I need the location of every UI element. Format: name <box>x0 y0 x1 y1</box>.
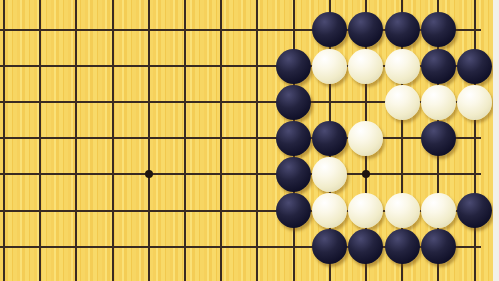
intersection-c5-r3[interactable] <box>131 84 167 120</box>
star-point <box>145 170 153 178</box>
intersection-c8-r6[interactable] <box>239 192 275 228</box>
intersection-c10-r5[interactable]: ○ <box>312 156 348 192</box>
board-grid: ●●●●●○○○●●●○○○●●○●●○●○○○○●●●●● <box>0 12 493 265</box>
black-stone: ● <box>276 85 311 120</box>
intersection-c7-r4[interactable] <box>203 120 239 156</box>
intersection-c13-r4[interactable]: ● <box>420 120 456 156</box>
black-stone: ● <box>385 229 420 264</box>
intersection-c13-r2[interactable]: ● <box>420 48 456 84</box>
intersection-c12-r1[interactable]: ● <box>384 12 420 48</box>
intersection-c11-r1[interactable]: ● <box>348 12 384 48</box>
intersection-c12-r7[interactable]: ● <box>384 229 420 265</box>
intersection-c3-r7[interactable] <box>58 229 94 265</box>
black-stone: ● <box>276 157 311 192</box>
intersection-c12-r4[interactable] <box>384 120 420 156</box>
go-board: ●●●●●○○○●●●○○○●●○●●○●○○○○●●●●● <box>0 0 493 281</box>
white-stone: ○ <box>385 85 420 120</box>
white-stone: ○ <box>348 193 383 228</box>
white-stone: ○ <box>385 49 420 84</box>
intersection-c1-r6[interactable] <box>0 192 22 228</box>
intersection-c14-r3[interactable]: ○ <box>456 84 492 120</box>
intersection-c5-r5[interactable] <box>131 156 167 192</box>
intersection-c1-r1[interactable] <box>0 12 22 48</box>
intersection-c5-r1[interactable] <box>131 12 167 48</box>
intersection-c8-r5[interactable] <box>239 156 275 192</box>
intersection-c13-r7[interactable]: ● <box>420 229 456 265</box>
intersection-c14-r5[interactable] <box>456 156 492 192</box>
intersection-c8-r7[interactable] <box>239 229 275 265</box>
intersection-c1-r4[interactable] <box>0 120 22 156</box>
intersection-c12-r5[interactable] <box>384 156 420 192</box>
intersection-c2-r7[interactable] <box>22 229 58 265</box>
intersection-c2-r1[interactable] <box>22 12 58 48</box>
intersection-c13-r5[interactable] <box>420 156 456 192</box>
intersection-c7-r6[interactable] <box>203 192 239 228</box>
intersection-c9-r5[interactable]: ● <box>275 156 311 192</box>
intersection-c14-r4[interactable] <box>456 120 492 156</box>
intersection-c9-r2[interactable]: ● <box>275 48 311 84</box>
intersection-c4-r7[interactable] <box>94 229 130 265</box>
right-margin-strip <box>493 0 499 281</box>
intersection-c10-r6[interactable]: ○ <box>312 192 348 228</box>
white-stone: ○ <box>348 49 383 84</box>
intersection-c2-r6[interactable] <box>22 192 58 228</box>
black-stone: ● <box>457 193 492 228</box>
intersection-c3-r4[interactable] <box>58 120 94 156</box>
black-stone: ● <box>276 49 311 84</box>
intersection-c7-r5[interactable] <box>203 156 239 192</box>
intersection-c10-r7[interactable]: ● <box>312 229 348 265</box>
intersection-c8-r1[interactable] <box>239 12 275 48</box>
intersection-c6-r3[interactable] <box>167 84 203 120</box>
intersection-c3-r6[interactable] <box>58 192 94 228</box>
white-stone: ○ <box>421 85 456 120</box>
intersection-c11-r7[interactable]: ● <box>348 229 384 265</box>
intersection-c12-r2[interactable]: ○ <box>384 48 420 84</box>
intersection-c10-r3[interactable] <box>312 84 348 120</box>
intersection-c11-r5[interactable] <box>348 156 384 192</box>
star-point <box>362 170 370 178</box>
intersection-c4-r4[interactable] <box>94 120 130 156</box>
go-diagram-screenshot: ●●●●●○○○●●●○○○●●○●●○●○○○○●●●●● <box>0 0 499 281</box>
black-stone: ● <box>421 12 456 47</box>
intersection-c4-r3[interactable] <box>94 84 130 120</box>
intersection-c10-r2[interactable]: ○ <box>312 48 348 84</box>
black-stone: ● <box>421 229 456 264</box>
intersection-c2-r3[interactable] <box>22 84 58 120</box>
intersection-c6-r2[interactable] <box>167 48 203 84</box>
black-stone: ● <box>457 49 492 84</box>
intersection-c13-r3[interactable]: ○ <box>420 84 456 120</box>
intersection-c13-r1[interactable]: ● <box>420 12 456 48</box>
intersection-c10-r4[interactable]: ● <box>312 120 348 156</box>
white-stone: ○ <box>312 49 347 84</box>
intersection-c9-r7[interactable] <box>275 229 311 265</box>
intersection-c11-r3[interactable] <box>348 84 384 120</box>
intersection-c3-r3[interactable] <box>58 84 94 120</box>
black-stone: ● <box>348 229 383 264</box>
black-stone: ● <box>348 12 383 47</box>
intersection-c8-r3[interactable] <box>239 84 275 120</box>
intersection-c7-r3[interactable] <box>203 84 239 120</box>
black-stone: ● <box>276 121 311 156</box>
black-stone: ● <box>312 121 347 156</box>
intersection-c1-r7[interactable] <box>0 229 22 265</box>
intersection-c2-r5[interactable] <box>22 156 58 192</box>
intersection-c5-r7[interactable] <box>131 229 167 265</box>
intersection-c5-r4[interactable] <box>131 120 167 156</box>
black-stone: ● <box>421 121 456 156</box>
black-stone: ● <box>276 193 311 228</box>
white-stone: ○ <box>421 193 456 228</box>
intersection-c11-r2[interactable]: ○ <box>348 48 384 84</box>
intersection-c5-r2[interactable] <box>131 48 167 84</box>
intersection-c9-r3[interactable]: ● <box>275 84 311 120</box>
intersection-c14-r1[interactable] <box>456 12 492 48</box>
intersection-c14-r7[interactable] <box>456 229 492 265</box>
intersection-c4-r2[interactable] <box>94 48 130 84</box>
intersection-c5-r6[interactable] <box>131 192 167 228</box>
intersection-c4-r5[interactable] <box>94 156 130 192</box>
intersection-c11-r4[interactable]: ○ <box>348 120 384 156</box>
white-stone: ○ <box>312 157 347 192</box>
intersection-c3-r2[interactable] <box>58 48 94 84</box>
intersection-c9-r4[interactable]: ● <box>275 120 311 156</box>
intersection-c14-r2[interactable]: ● <box>456 48 492 84</box>
intersection-c6-r5[interactable] <box>167 156 203 192</box>
intersection-c6-r7[interactable] <box>167 229 203 265</box>
intersection-c12-r3[interactable]: ○ <box>384 84 420 120</box>
intersection-c6-r6[interactable] <box>167 192 203 228</box>
black-stone: ● <box>385 12 420 47</box>
intersection-c1-r2[interactable] <box>0 48 22 84</box>
intersection-c10-r1[interactable]: ● <box>312 12 348 48</box>
intersection-c13-r6[interactable]: ○ <box>420 192 456 228</box>
intersection-c7-r2[interactable] <box>203 48 239 84</box>
black-stone: ● <box>312 12 347 47</box>
intersection-c9-r1[interactable] <box>275 12 311 48</box>
white-stone: ○ <box>385 193 420 228</box>
white-stone: ○ <box>348 121 383 156</box>
intersection-c4-r1[interactable] <box>94 12 130 48</box>
intersection-c2-r2[interactable] <box>22 48 58 84</box>
black-stone: ● <box>421 49 456 84</box>
intersection-c1-r5[interactable] <box>0 156 22 192</box>
intersection-c6-r4[interactable] <box>167 120 203 156</box>
white-stone: ○ <box>312 193 347 228</box>
intersection-c3-r1[interactable] <box>58 12 94 48</box>
intersection-c12-r6[interactable]: ○ <box>384 192 420 228</box>
white-stone: ○ <box>457 85 492 120</box>
intersection-c2-r4[interactable] <box>22 120 58 156</box>
intersection-c7-r1[interactable] <box>203 12 239 48</box>
intersection-c7-r7[interactable] <box>203 229 239 265</box>
intersection-c8-r4[interactable] <box>239 120 275 156</box>
intersection-c3-r5[interactable] <box>58 156 94 192</box>
intersection-c14-r6[interactable]: ● <box>456 192 492 228</box>
intersection-c8-r2[interactable] <box>239 48 275 84</box>
intersection-c6-r1[interactable] <box>167 12 203 48</box>
intersection-c11-r6[interactable]: ○ <box>348 192 384 228</box>
intersection-c9-r6[interactable]: ● <box>275 192 311 228</box>
intersection-c4-r6[interactable] <box>94 192 130 228</box>
intersection-c1-r3[interactable] <box>0 84 22 120</box>
black-stone: ● <box>312 229 347 264</box>
